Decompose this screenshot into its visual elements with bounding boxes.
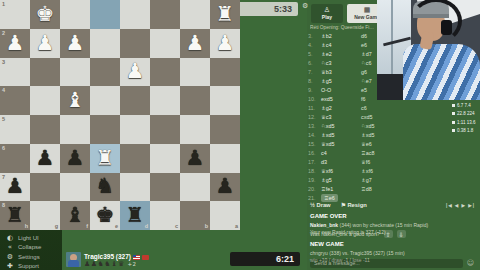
black-move[interactable]: ♕f6 [361, 159, 401, 165]
square-b2[interactable]: ♟ [180, 29, 210, 58]
square-a8[interactable]: a [210, 201, 240, 230]
white-move[interactable]: ♘xd5 [321, 123, 361, 129]
square-e6[interactable]: ♜ [90, 144, 120, 173]
square-g7[interactable] [30, 173, 60, 202]
move-row[interactable]: 14. ♗xd5 ♗xd5 [308, 131, 408, 140]
black-rook[interactable]: ♜ [126, 205, 145, 226]
move-row[interactable]: 11. ♗g2 c6 [308, 103, 408, 112]
rank-label: 4 [2, 87, 5, 93]
black-pawn[interactable]: ♟ [216, 176, 235, 197]
rank-label: 5 [2, 116, 5, 122]
square-d8[interactable]: d♜ [120, 201, 150, 230]
square-a2[interactable]: ♟ [210, 29, 240, 58]
black-move[interactable]: ♕e6 [361, 141, 401, 147]
white-pawn[interactable]: ♟ [66, 33, 85, 54]
white-king[interactable]: ♚ [36, 4, 55, 25]
white-move[interactable]: ♕b3 [321, 69, 361, 75]
white-move[interactable]: ♕xf6 [321, 168, 361, 174]
square-f8[interactable]: f♝ [60, 201, 90, 230]
square-d5[interactable] [120, 115, 150, 144]
rank-label: 8 [2, 202, 5, 208]
square-e2[interactable] [90, 29, 120, 58]
white-rook[interactable]: ♜ [216, 4, 235, 25]
chat-input[interactable]: Send a message... [310, 259, 463, 268]
move-row[interactable]: 19. ♗g5 ♗g7 [308, 176, 408, 185]
new-game-desc: chngryu (338) vs. Tragic395 (327) (15 mi… [310, 250, 470, 257]
square-a6[interactable] [210, 144, 240, 173]
tab-play[interactable]: ♙ Play [311, 4, 343, 23]
avatar-body [68, 260, 79, 267]
square-d2[interactable] [120, 29, 150, 58]
player-avatar[interactable] [66, 252, 81, 267]
file-label: f [86, 223, 88, 229]
file-label: d [145, 223, 148, 229]
white-move[interactable]: ♕xd5 [321, 141, 361, 147]
white-move[interactable]: d3 [321, 159, 361, 165]
headphones-earcup-icon [441, 20, 452, 35]
rank-label: 3 [2, 59, 5, 65]
square-g1[interactable]: ♚ [30, 0, 60, 29]
square-b1[interactable] [180, 0, 210, 29]
square-b6[interactable]: ♟ [180, 144, 210, 173]
square-e1[interactable] [90, 0, 120, 29]
white-move[interactable]: c4 [321, 150, 361, 156]
black-knight[interactable]: ♞ [96, 176, 115, 197]
square-b5[interactable] [180, 115, 210, 144]
new-game-title: NEW GAME [310, 240, 470, 249]
file-label: b [205, 223, 208, 229]
file-label: g [55, 223, 58, 229]
chat-row: Send a message... ☺ [310, 258, 474, 268]
chesscom-stream-screen: ♟ Chess.com ♟Play❖Puzzles✎Learn◉Watch▤Ne… [0, 0, 480, 270]
square-e5[interactable] [90, 115, 120, 144]
white-pawn[interactable]: ♟ [216, 33, 235, 54]
square-d6[interactable] [120, 144, 150, 173]
player-clock: 6:21 [230, 252, 300, 266]
white-move[interactable]: ♗e2 [321, 51, 361, 57]
black-move[interactable]: ♗xf6 [361, 168, 401, 174]
file-label: a [235, 223, 238, 229]
square-b7[interactable] [180, 173, 210, 202]
game-over-result: Nakien_bnk (344) won by checkmate (15 mi… [310, 222, 470, 229]
square-a5[interactable] [210, 115, 240, 144]
sidebar-footer-collapse[interactable]: «Collapse [6, 243, 60, 252]
headphones-band-icon [410, 0, 462, 44]
square-a3[interactable] [210, 58, 240, 87]
thumbs-down-icon[interactable]: ⇩ [397, 230, 406, 238]
black-move[interactable]: c6 [361, 105, 401, 111]
square-c3[interactable] [150, 58, 180, 87]
square-a4[interactable] [210, 86, 240, 115]
square-f4[interactable]: ♝ [60, 86, 90, 115]
square-h4[interactable]: 4 [0, 86, 30, 115]
collapse-icon: « [6, 243, 14, 251]
black-pawn[interactable]: ♟ [186, 148, 205, 169]
white-move[interactable]: ♗b2 [321, 33, 361, 39]
webcam-overlay [377, 0, 480, 100]
black-king[interactable]: ♚ [96, 205, 115, 226]
square-a7[interactable]: ♟ [210, 173, 240, 202]
white-move[interactable]: ♕c3 [321, 114, 361, 120]
square-h6[interactable]: 6 [0, 144, 30, 173]
white-move[interactable]: ♗xd5 [321, 132, 361, 138]
square-c2[interactable] [150, 29, 180, 58]
white-move[interactable]: ♘c3 [321, 60, 361, 66]
square-b3[interactable] [180, 58, 210, 87]
player-badge [142, 255, 149, 260]
square-h2[interactable]: 2♟ [0, 29, 30, 58]
square-g4[interactable] [30, 86, 60, 115]
black-bishop[interactable]: ♝ [66, 205, 85, 226]
opening-name: Réti Opening: Queenside Fianchetto Varia… [310, 25, 376, 30]
square-f5[interactable] [60, 115, 90, 144]
stat-bullet-icon [452, 112, 455, 115]
square-h7[interactable]: 7♟ [0, 173, 30, 202]
square-f1[interactable] [60, 0, 90, 29]
black-move[interactable]: ♗xd5 [361, 132, 401, 138]
game-over-title: GAME OVER [310, 212, 470, 221]
sidebar-footer-settings[interactable]: ⚙Settings [6, 252, 60, 261]
square-h5[interactable]: 5 [0, 115, 30, 144]
black-rook[interactable]: ♜ [6, 205, 25, 226]
material-advantage: +2 [127, 261, 136, 267]
rank-label: 2 [2, 30, 5, 36]
white-pawn[interactable]: ♟ [126, 61, 145, 82]
stat-bullet-icon [452, 121, 455, 124]
black-move[interactable]: ♗g7 [361, 177, 401, 183]
streamer-torso [403, 44, 480, 100]
black-pawn[interactable]: ♟ [66, 148, 85, 169]
square-a1[interactable]: ♜ [210, 0, 240, 29]
square-c6[interactable] [150, 144, 180, 173]
square-b8[interactable]: b [180, 201, 210, 230]
rank-label: 1 [2, 1, 5, 7]
sidebar-footer-light-ui[interactable]: ◐Light UI [6, 233, 60, 242]
board-settings-gear-icon[interactable]: ⚙ [302, 2, 308, 10]
square-d4[interactable] [120, 86, 150, 115]
thumbs-up-icon[interactable]: ⇧ [384, 230, 393, 238]
square-g2[interactable]: ♟ [30, 29, 60, 58]
sidebar-footer-support[interactable]: ✚Support [6, 262, 60, 270]
move-row[interactable]: 15. ♕xd5 ♕e6 [308, 140, 408, 149]
new-game-board-icon: ▦ [364, 7, 371, 14]
black-move[interactable]: ♖ac8 [361, 150, 401, 156]
white-move[interactable]: exd5 [321, 96, 361, 102]
file-label: h [25, 223, 28, 229]
stream-stat-row: 22.8 224 [452, 110, 479, 119]
rank-label: 6 [2, 145, 5, 151]
light-ui-icon: ◐ [6, 234, 14, 242]
settings-icon: ⚙ [6, 253, 14, 261]
white-move[interactable]: ♗g2 [321, 105, 361, 111]
action-row: ½ Draw ⚑ Resign |◀ ◀ ▶ ▶| [310, 202, 475, 208]
square-c7[interactable] [150, 173, 180, 202]
stream-stat-row: 0.38 1.8 [452, 127, 479, 136]
rank-label: 7 [2, 174, 5, 180]
black-pawn[interactable]: ♟ [6, 176, 25, 197]
white-move[interactable]: ♗g5 [321, 177, 361, 183]
square-f6[interactable]: ♟ [60, 144, 90, 173]
square-d7[interactable] [120, 173, 150, 202]
support-icon: ✚ [6, 262, 14, 270]
white-pawn[interactable]: ♟ [36, 33, 55, 54]
move-row[interactable]: 16. c4 ♖ac8 [308, 149, 408, 158]
white-bishop[interactable]: ♝ [66, 90, 85, 111]
square-f3[interactable] [60, 58, 90, 87]
square-h1[interactable]: 1 [0, 0, 30, 29]
white-move[interactable]: ♖e6 [321, 195, 361, 201]
white-move[interactable]: ♗c4 [321, 42, 361, 48]
white-pawn[interactable]: ♟ [6, 33, 25, 54]
move-row[interactable]: 20. ♖fe1 ♖d8 [308, 185, 408, 194]
square-e7[interactable]: ♞ [90, 173, 120, 202]
move-row[interactable]: 17. d3 ♕f6 [308, 158, 408, 167]
square-g3[interactable] [30, 58, 60, 87]
resign-button[interactable]: ⚑ Resign [341, 202, 367, 208]
emoji-icon[interactable]: ☺ [467, 259, 474, 267]
stream-stat-row: 1:11 13.6 [452, 118, 479, 127]
white-move[interactable]: ♗g5 [321, 78, 361, 84]
stat-bullet-icon [452, 129, 455, 132]
white-move[interactable]: ♖fe1 [321, 186, 361, 192]
square-c4[interactable] [150, 86, 180, 115]
square-e3[interactable] [90, 58, 120, 87]
stat-bullet-icon [452, 104, 455, 107]
white-move[interactable]: O-O [321, 87, 361, 93]
white-rook[interactable]: ♜ [96, 148, 115, 169]
file-label: e [115, 223, 118, 229]
file-label: c [175, 223, 178, 229]
stream-stats: 6.7 7.422.8 2241:11 13.60.38 1.8 [452, 101, 479, 135]
white-pawn[interactable]: ♟ [186, 33, 205, 54]
square-c1[interactable] [150, 0, 180, 29]
draw-button[interactable]: ½ Draw [310, 202, 331, 208]
move-row[interactable]: 18. ♕xf6 ♗xf6 [308, 167, 408, 176]
square-d1[interactable] [120, 0, 150, 29]
move-row[interactable]: 12. ♕c3 cxd5 [308, 112, 408, 121]
square-g8[interactable]: g [30, 201, 60, 230]
square-f7[interactable] [60, 173, 90, 202]
square-b4[interactable] [180, 86, 210, 115]
good-sport-prompt: Was Nakien_bnk a good sport? [310, 231, 380, 237]
square-h3[interactable]: 3 [0, 58, 30, 87]
play-tab-pawn-icon: ♙ [324, 7, 330, 14]
move-row[interactable]: 13. ♘xd5 ♘xd5 [308, 121, 408, 130]
square-h8[interactable]: 8h♜ [0, 201, 30, 230]
square-g6[interactable]: ♟ [30, 144, 60, 173]
black-move[interactable]: ♖d8 [361, 186, 401, 192]
square-c5[interactable] [150, 115, 180, 144]
black-move[interactable]: ♘xd5 [361, 123, 401, 129]
chess-board[interactable]: 1♚♜2♟♟♟♟♟3♟4♝56♟♟♜♟7♟♞♟8h♜gf♝e♚d♜cba [0, 0, 240, 230]
square-e8[interactable]: e♚ [90, 201, 120, 230]
square-d3[interactable]: ♟ [120, 58, 150, 87]
black-move[interactable]: cxd5 [361, 114, 401, 120]
stream-stat-row: 6.7 7.4 [452, 101, 479, 110]
square-c8[interactable]: c [150, 201, 180, 230]
player-name[interactable]: Tragic395 (327) [84, 253, 149, 260]
square-f2[interactable]: ♟ [60, 29, 90, 58]
captured-pieces-bottom: ♟♟♞♞♝♛ +2 [84, 260, 137, 268]
black-pawn[interactable]: ♟ [36, 148, 55, 169]
square-e4[interactable] [90, 86, 120, 115]
square-g5[interactable] [30, 115, 60, 144]
good-sport-row: Was Nakien_bnk a good sport? ⇧ ⇩ [310, 230, 470, 238]
move-nav-buttons[interactable]: |◀ ◀ ▶ ▶| [446, 203, 475, 208]
